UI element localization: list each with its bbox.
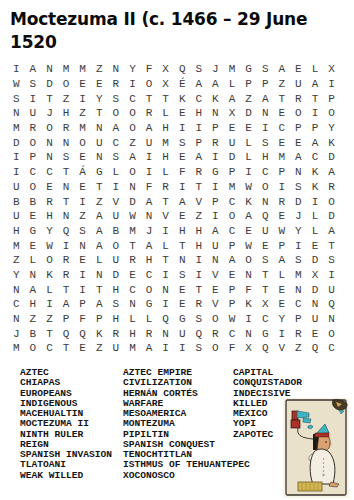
grid-cell: M — [74, 121, 91, 136]
grid-cell: K — [41, 268, 58, 283]
grid-cell: K — [307, 180, 324, 195]
grid-cell: R — [141, 106, 158, 121]
grid-cell: O — [141, 77, 158, 92]
grid-cell: W — [240, 180, 257, 195]
grid-cell: K — [91, 326, 108, 341]
grid-cell: C — [191, 91, 208, 106]
grid-cell: P — [207, 121, 224, 136]
grid-cell: P — [191, 135, 208, 150]
grid-cell: Y — [8, 268, 25, 283]
grid-cell: E — [224, 268, 241, 283]
grid-cell: A — [141, 194, 158, 209]
grid-cell: C — [257, 165, 274, 180]
grid-cell: E — [74, 77, 91, 92]
grid-cell: O — [323, 194, 340, 209]
grid-cell: C — [25, 165, 42, 180]
grid-cell: S — [191, 341, 208, 356]
grid-cell: I — [74, 282, 91, 297]
grid-cell: C — [141, 268, 158, 283]
grid-cell: Q — [257, 209, 274, 224]
grid-cell: L — [41, 282, 58, 297]
grid-cell: L — [307, 224, 324, 239]
grid-cell: N — [91, 150, 108, 165]
grid-cell: O — [108, 238, 125, 253]
grid-cell: C — [8, 297, 25, 312]
grid-cell: I — [174, 180, 191, 195]
grid-cell: N — [240, 268, 257, 283]
grid-cell: E — [124, 268, 141, 283]
grid-cell: S — [108, 150, 125, 165]
grid-cell: Y — [124, 62, 141, 77]
grid-cell: A — [224, 253, 241, 268]
grid-cell: I — [108, 180, 125, 195]
grid-cell: C — [224, 326, 241, 341]
grid-cell: X — [240, 341, 257, 356]
grid-cell: I — [74, 91, 91, 106]
grid-cell: E — [174, 297, 191, 312]
grid-cell: N — [58, 180, 75, 195]
grid-cell: P — [58, 312, 75, 327]
grid-cell: J — [8, 326, 25, 341]
grid-cell: É — [174, 77, 191, 92]
grid-cell: O — [323, 326, 340, 341]
grid-cell: N — [108, 62, 125, 77]
grid-cell: A — [323, 165, 340, 180]
grid-cell: O — [290, 106, 307, 121]
grid-cell: N — [8, 312, 25, 327]
grid-cell: R — [58, 121, 75, 136]
grid-cell: O — [207, 312, 224, 327]
grid-cell: T — [58, 341, 75, 356]
grid-cell: K — [240, 194, 257, 209]
grid-cell: I — [157, 341, 174, 356]
grid-cell: K — [174, 91, 191, 106]
headband — [315, 433, 329, 437]
grid-cell: F — [141, 180, 158, 195]
grid-cell: A — [191, 77, 208, 92]
word-list-item: CONQUISTADOR — [233, 378, 302, 388]
grid-cell: I — [191, 268, 208, 283]
grid-cell: V — [274, 341, 291, 356]
grid-cell: Y — [274, 312, 291, 327]
word-list-item: WEAK WILLED — [20, 471, 112, 481]
grid-cell: Q — [307, 341, 324, 356]
grid-cell: E — [174, 150, 191, 165]
grid-cell: V — [207, 268, 224, 283]
grid-cell: I — [240, 312, 257, 327]
grid-cell: Y — [41, 224, 58, 239]
grid-cell: N — [290, 282, 307, 297]
grid-cell: E — [274, 282, 291, 297]
grid-cell: Z — [41, 312, 58, 327]
grid-cell: E — [174, 209, 191, 224]
grid-cell: T — [157, 194, 174, 209]
grid-cell: N — [25, 268, 42, 283]
grid-cell: S — [108, 91, 125, 106]
grid-cell: O — [25, 180, 42, 195]
grid-cell: H — [191, 106, 208, 121]
grid-cell: S — [174, 135, 191, 150]
grid-cell: A — [290, 150, 307, 165]
grid-cell: N — [257, 194, 274, 209]
grid-cell: X — [157, 62, 174, 77]
grid-cell: P — [224, 297, 241, 312]
grid-cell: R — [207, 326, 224, 341]
grid-cell: L — [224, 77, 241, 92]
grid-cell: I — [307, 106, 324, 121]
grid-cell: T — [91, 282, 108, 297]
grid-cell: S — [257, 62, 274, 77]
grid-cell: O — [224, 209, 241, 224]
grid-cell: A — [207, 224, 224, 239]
grid-cell: A — [323, 224, 340, 239]
grid-cell: D — [8, 135, 25, 150]
grid-cell: D — [307, 253, 324, 268]
grid-cell: E — [91, 77, 108, 92]
grid-cell: U — [224, 135, 241, 150]
grid-cell: A — [25, 282, 42, 297]
grid-cell: F — [240, 282, 257, 297]
grid-cell: K — [240, 297, 257, 312]
grid-cell: M — [58, 62, 75, 77]
grid-cell: B — [8, 194, 25, 209]
grid-cell: K — [323, 135, 340, 150]
grid-cell: O — [141, 282, 158, 297]
grid-cell: A — [257, 91, 274, 106]
grid-cell: Z — [8, 253, 25, 268]
grid-cell: Z — [91, 62, 108, 77]
letter-grid: IANMMZNYFXQSJMGSAELXWSDOEERIOXÉAALPPZUAI… — [8, 62, 340, 356]
grid-cell: R — [58, 268, 75, 283]
grid-cell: T — [307, 91, 324, 106]
grid-cell: D — [307, 282, 324, 297]
grid-cell: I — [191, 121, 208, 136]
word-list-item: CIVILIZATION — [123, 378, 250, 388]
grid-cell: X — [224, 106, 241, 121]
grid-cell: N — [41, 135, 58, 150]
grid-cell: N — [8, 106, 25, 121]
grid-cell: A — [91, 209, 108, 224]
grid-cell: Y — [323, 121, 340, 136]
grid-cell: U — [108, 209, 125, 224]
word-list-item: TLATOANI — [20, 460, 112, 470]
grid-cell: Á — [74, 165, 91, 180]
grid-cell: G — [91, 165, 108, 180]
grid-cell: M — [157, 135, 174, 150]
grid-cell: W — [8, 77, 25, 92]
grid-cell: F — [74, 312, 91, 327]
grid-cell: N — [174, 253, 191, 268]
grid-cell: Z — [91, 194, 108, 209]
grid-cell: I — [257, 121, 274, 136]
grid-cell: P — [240, 77, 257, 92]
grid-cell: G — [25, 224, 42, 239]
grid-cell: P — [25, 150, 42, 165]
grid-cell: I — [323, 77, 340, 92]
grid-cell: I — [174, 341, 191, 356]
grid-cell: R — [191, 297, 208, 312]
grid-cell: I — [240, 165, 257, 180]
grid-cell: H — [141, 253, 158, 268]
aztec-codex-moctezuma-image — [283, 398, 349, 498]
grid-cell: G — [240, 62, 257, 77]
grid-cell: E — [274, 106, 291, 121]
grid-cell: O — [207, 341, 224, 356]
grid-cell: U — [207, 238, 224, 253]
grid-cell: W — [41, 238, 58, 253]
grid-cell: T — [58, 282, 75, 297]
grid-cell: E — [74, 341, 91, 356]
grid-cell: O — [74, 135, 91, 150]
grid-cell: E — [224, 121, 241, 136]
word-list-item: MOCTEZUMA II — [20, 419, 112, 429]
grid-cell: A — [58, 297, 75, 312]
grid-cell: T — [91, 106, 108, 121]
grid-cell: O — [41, 253, 58, 268]
grid-cell: I — [74, 268, 91, 283]
grid-cell: S — [58, 150, 75, 165]
grid-cell: E — [74, 180, 91, 195]
grid-cell: N — [141, 209, 158, 224]
grid-cell: C — [224, 194, 241, 209]
grid-cell: L — [240, 135, 257, 150]
grid-cell: E — [74, 253, 91, 268]
grid-cell: B — [25, 194, 42, 209]
grid-cell: O — [124, 165, 141, 180]
grid-cell: R — [290, 91, 307, 106]
grid-cell: D — [108, 268, 125, 283]
grid-cell: N — [41, 150, 58, 165]
grid-cell: T — [141, 91, 158, 106]
grid-cell: M — [124, 224, 141, 239]
grid-cell: R — [41, 194, 58, 209]
grid-cell: M — [274, 150, 291, 165]
grid-cell: D — [224, 150, 241, 165]
grid-cell: B — [25, 326, 42, 341]
page-title-line1: Moctezuma II (c. 1466 – 29 June — [10, 8, 350, 31]
grid-cell: Y — [91, 91, 108, 106]
grid-cell: S — [290, 180, 307, 195]
grid-cell: T — [274, 91, 291, 106]
grid-cell: A — [224, 91, 241, 106]
grid-cell: L — [25, 253, 42, 268]
word-list-item: ISTHMUS OF TEHUANTEPEC — [123, 460, 250, 470]
grid-cell: J — [290, 209, 307, 224]
grid-cell: U — [8, 180, 25, 195]
grid-cell: O — [323, 106, 340, 121]
grid-cell: F — [224, 341, 241, 356]
grid-cell: S — [323, 253, 340, 268]
grid-cell: Z — [74, 106, 91, 121]
grid-cell: V — [108, 194, 125, 209]
grid-cell: E — [307, 326, 324, 341]
grid-cell: R — [290, 326, 307, 341]
grid-cell: D — [290, 194, 307, 209]
grid-cell: N — [124, 297, 141, 312]
grid-cell: L — [157, 238, 174, 253]
grid-cell: U — [141, 135, 158, 150]
grid-cell: H — [25, 297, 42, 312]
grid-cell: P — [257, 77, 274, 92]
grid-cell: N — [91, 121, 108, 136]
grid-cell: R — [108, 326, 125, 341]
grid-cell: A — [91, 238, 108, 253]
white-cloak — [310, 449, 335, 484]
grid-cell: Z — [240, 91, 257, 106]
grid-cell: I — [8, 165, 25, 180]
grid-cell: I — [307, 194, 324, 209]
grid-cell: C — [124, 282, 141, 297]
grid-cell: O — [124, 121, 141, 136]
grid-cell: O — [41, 121, 58, 136]
grid-cell: T — [323, 238, 340, 253]
grid-cell: P — [274, 238, 291, 253]
grid-cell: P — [290, 121, 307, 136]
grid-cell: E — [257, 238, 274, 253]
grid-cell: H — [191, 238, 208, 253]
grid-cell: N — [157, 282, 174, 297]
grid-cell: R — [191, 165, 208, 180]
grid-cell: A — [91, 297, 108, 312]
grid-cell: T — [157, 91, 174, 106]
grid-cell: A — [240, 209, 257, 224]
word-list-column-1: AZTECCHIAPASEUROPEANSINDIGENOUSMACEHUALT… — [20, 368, 112, 481]
grid-cell: M — [8, 341, 25, 356]
grid-cell: S — [257, 253, 274, 268]
grid-cell: A — [91, 224, 108, 239]
grid-cell: V — [157, 209, 174, 224]
grid-cell: H — [157, 121, 174, 136]
grid-cell: M — [124, 341, 141, 356]
word-list-item: CHIAPAS — [20, 378, 112, 388]
grid-cell: Z — [274, 77, 291, 92]
grid-cell: W — [240, 238, 257, 253]
grid-cell: T — [257, 282, 274, 297]
grid-cell: M — [8, 121, 25, 136]
grid-cell: H — [174, 224, 191, 239]
grid-cell: R — [323, 180, 340, 195]
grid-cell: P — [274, 165, 291, 180]
page-title: Moctezuma II (c. 1466 – 29 June 1520 — [10, 8, 350, 54]
grid-cell: J — [41, 106, 58, 121]
grid-cell: T — [257, 268, 274, 283]
grid-cell: E — [274, 135, 291, 150]
grid-cell: F — [174, 165, 191, 180]
grid-cell: U — [91, 135, 108, 150]
grid-cell: A — [141, 121, 158, 136]
grid-cell: A — [174, 194, 191, 209]
grid-cell: E — [274, 297, 291, 312]
grid-cell: I — [207, 180, 224, 195]
grid-cell: O — [257, 180, 274, 195]
grid-cell: I — [8, 150, 25, 165]
grid-cell: E — [207, 282, 224, 297]
grid-cell: S — [25, 77, 42, 92]
grid-cell: O — [25, 341, 42, 356]
grid-cell: S — [290, 253, 307, 268]
grid-cell: N — [124, 180, 141, 195]
grid-cell: L — [307, 209, 324, 224]
grid-cell: E — [240, 121, 257, 136]
grid-cell: C — [224, 224, 241, 239]
grid-cell: H — [124, 326, 141, 341]
grid-cell: V — [191, 194, 208, 209]
grid-cell: N — [8, 282, 25, 297]
grid-cell: C — [41, 165, 58, 180]
grid-cell: U — [323, 282, 340, 297]
grid-cell: I — [274, 180, 291, 195]
grid-cell: D — [41, 77, 58, 92]
grid-cell: T — [157, 253, 174, 268]
grid-cell: N — [323, 312, 340, 327]
grid-cell: I — [157, 268, 174, 283]
grid-cell: N — [240, 326, 257, 341]
grid-cell: N — [58, 209, 75, 224]
grid-cell: A — [124, 150, 141, 165]
grid-cell: U — [108, 341, 125, 356]
grid-cell: Q — [58, 326, 75, 341]
grid-cell: C — [108, 135, 125, 150]
grid-cell: C — [124, 91, 141, 106]
grid-cell: R — [207, 135, 224, 150]
grid-cell: U — [108, 253, 125, 268]
grid-cell: C — [41, 341, 58, 356]
grid-cell: Z — [191, 209, 208, 224]
grid-cell: Z — [91, 341, 108, 356]
grid-cell: C — [257, 312, 274, 327]
grid-cell: E — [174, 282, 191, 297]
grid-cell: Q — [323, 297, 340, 312]
grid-cell: S — [174, 268, 191, 283]
grid-cell: R — [124, 253, 141, 268]
grid-cell: H — [41, 209, 58, 224]
grid-cell: T — [58, 165, 75, 180]
grid-cell: T — [191, 180, 208, 195]
grid-cell: G — [174, 312, 191, 327]
grid-cell: L — [240, 150, 257, 165]
grid-cell: T — [91, 180, 108, 195]
worksheet-page: Moctezuma II (c. 1466 – 29 June 1520 IAN… — [0, 0, 354, 500]
grid-cell: R — [157, 180, 174, 195]
grid-cell: A — [307, 77, 324, 92]
grid-cell: P — [91, 312, 108, 327]
grid-cell: U — [257, 224, 274, 239]
grid-cell: P — [224, 165, 241, 180]
grid-cell: Z — [124, 135, 141, 150]
grid-cell: Q — [74, 326, 91, 341]
grid-cell: S — [8, 91, 25, 106]
grid-cell: O — [240, 253, 257, 268]
codex-illustration — [283, 398, 349, 498]
grid-cell: C — [290, 297, 307, 312]
grid-cell: L — [157, 165, 174, 180]
grid-cell: W — [224, 312, 241, 327]
grid-cell: I — [174, 121, 191, 136]
grid-cell: K — [307, 165, 324, 180]
grid-cell: L — [307, 62, 324, 77]
grid-cell: I — [207, 150, 224, 165]
grid-cell: S — [257, 135, 274, 150]
grid-cell: P — [290, 312, 307, 327]
grid-cell: O — [124, 106, 141, 121]
grid-cell: J — [207, 62, 224, 77]
grid-cell: S — [74, 224, 91, 239]
grid-cell: A — [141, 341, 158, 356]
grid-cell: X — [323, 62, 340, 77]
grid-cell: E — [307, 238, 324, 253]
grid-cell: N — [41, 62, 58, 77]
grid-cell: N — [207, 106, 224, 121]
